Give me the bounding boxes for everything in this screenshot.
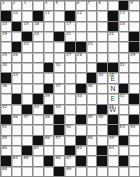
cell-6-11[interactable]: 32 [119, 63, 129, 72]
black-cell-11-12 [129, 115, 139, 124]
clue-number: 22 [109, 32, 114, 36]
cell-10-11[interactable] [119, 105, 129, 114]
cell-12-12[interactable]: 54 [129, 125, 139, 134]
cell-1-8[interactable] [87, 11, 97, 20]
black-cell-6-9 [97, 63, 107, 72]
cell-8-2[interactable] [22, 84, 32, 93]
cell-6-5[interactable]: 31 [54, 63, 64, 72]
clue-number: 7 [88, 1, 91, 5]
cell-5-4[interactable] [44, 53, 54, 62]
black-cell-15-0 [1, 156, 11, 165]
black-cell-10-9 [97, 105, 107, 114]
cell-2-7[interactable] [76, 22, 86, 31]
cell-1-1[interactable]: 10 [12, 11, 22, 20]
cell-13-8[interactable]: 58 [87, 136, 97, 145]
clue-number: 13 [120, 11, 125, 15]
cell-6-1[interactable] [12, 63, 22, 72]
cell-16-1[interactable] [12, 167, 22, 176]
cell-5-6[interactable]: 27 [65, 53, 75, 62]
clue-number: 59 [109, 136, 114, 140]
cell-5-7[interactable]: 28 [76, 53, 86, 62]
clue-number: 10 [13, 11, 18, 15]
clue-number: 20 [34, 32, 39, 36]
clue-number: 23 [23, 42, 28, 46]
cell-3-7[interactable] [76, 32, 86, 41]
clue-number: 12 [77, 11, 82, 15]
cell-16-6[interactable]: 69 [65, 167, 75, 176]
clue-number: 33 [13, 73, 18, 77]
black-cell-12-10 [108, 125, 118, 134]
clue-number: 39 [45, 94, 50, 98]
cell-9-5[interactable] [54, 94, 64, 103]
cell-13-10[interactable]: 59 [108, 136, 118, 145]
cell-2-9[interactable] [97, 22, 107, 31]
cell-3-0[interactable]: 19 [1, 32, 11, 41]
cell-11-9[interactable]: 50 [97, 115, 107, 124]
cell-9-2[interactable] [22, 94, 32, 103]
cell-15-8[interactable] [87, 156, 97, 165]
clue-number: 43 [34, 105, 39, 109]
clue-number: 49 [88, 115, 93, 119]
cell-13-6[interactable] [65, 136, 75, 145]
black-cell-9-12 [129, 94, 139, 103]
black-cell-14-2 [22, 146, 32, 155]
clue-number: 58 [88, 136, 93, 140]
black-cell-3-5 [54, 32, 64, 41]
clue-number: 62 [77, 146, 82, 150]
cell-10-1[interactable] [12, 105, 22, 114]
clue-number: 29 [130, 53, 135, 57]
cell-2-8[interactable] [87, 22, 97, 31]
clue-number: 32 [120, 63, 125, 67]
cell-3-3[interactable]: 20 [33, 32, 43, 41]
clue-number: 24 [88, 42, 93, 46]
black-cell-15-9 [97, 156, 107, 165]
cell-0-2[interactable]: 3 [22, 1, 32, 10]
cell-14-0[interactable]: 60 [1, 146, 11, 155]
cell-5-0[interactable]: 25 [1, 53, 11, 62]
clue-number: 28 [77, 53, 82, 57]
cell-14-8[interactable] [87, 146, 97, 155]
black-cell-3-2 [22, 32, 32, 41]
cell-12-3[interactable] [33, 125, 43, 134]
cell-16-4[interactable] [44, 167, 54, 176]
cell-9-11[interactable]: 41 [119, 94, 129, 103]
cell-7-7[interactable] [76, 73, 86, 82]
cell-9-7[interactable]: 40 [76, 94, 86, 103]
cell-1-12[interactable] [129, 11, 139, 20]
cell-5-9[interactable] [97, 53, 107, 62]
cell-3-9[interactable] [97, 32, 107, 41]
cell-13-12[interactable] [129, 136, 139, 145]
clue-number: 30 [2, 63, 7, 67]
cell-3-6[interactable]: 21 [65, 32, 75, 41]
clue-number: 48 [45, 115, 50, 119]
cell-2-2[interactable]: 15 [22, 22, 32, 31]
cell-16-7[interactable] [76, 167, 86, 176]
clue-number: 68 [2, 167, 7, 171]
cell-0-3[interactable] [33, 1, 43, 10]
cell-16-10[interactable] [108, 167, 118, 176]
clue-number: 60 [2, 146, 7, 150]
cell-14-7[interactable]: 62 [76, 146, 86, 155]
clue-number: 57 [55, 136, 60, 140]
black-cell-10-2 [22, 105, 32, 114]
black-cell-8-11 [119, 84, 129, 93]
cell-15-6[interactable]: 67 [65, 156, 75, 165]
cell-12-7[interactable] [76, 125, 86, 134]
cell-3-1[interactable] [12, 32, 22, 41]
cell-8-5[interactable]: 37 [54, 84, 64, 93]
cell-6-8[interactable] [87, 63, 97, 72]
black-cell-1-0 [1, 11, 11, 20]
clue-number: 17 [66, 22, 71, 26]
cell-13-4[interactable]: 56 [44, 136, 54, 145]
clue-number: 8 [98, 1, 101, 5]
clue-number: 15 [23, 22, 28, 26]
cell-7-4[interactable] [44, 73, 54, 82]
black-cell-4-6 [65, 42, 75, 51]
cell-7-9[interactable]: 34 [97, 73, 107, 82]
black-cell-13-3 [33, 136, 43, 145]
clue-number: 25 [2, 53, 7, 57]
cell-6-2[interactable] [22, 63, 32, 72]
black-cell-15-4 [44, 156, 54, 165]
clue-number: 6 [77, 1, 80, 5]
clue-number: 5 [55, 1, 58, 5]
cell-14-5[interactable] [54, 146, 64, 155]
clue-number: 18 [120, 22, 125, 26]
cell-13-0[interactable]: 55 [1, 136, 11, 145]
cell-10-6[interactable] [65, 105, 75, 114]
cell-12-1[interactable] [12, 125, 22, 134]
clue-number: 50 [98, 115, 103, 119]
clue-number: 2 [13, 1, 16, 5]
clue-number: 56 [45, 136, 50, 140]
black-cell-2-10 [108, 22, 118, 31]
cell-12-4[interactable] [44, 125, 54, 134]
clue-number: 26 [13, 53, 18, 57]
cell-3-10[interactable]: 22 [108, 32, 118, 41]
cell-7-2[interactable] [22, 73, 32, 82]
cell-6-0[interactable]: 30 [1, 63, 11, 72]
black-cell-8-7 [76, 84, 86, 93]
black-cell-16-5 [54, 167, 64, 176]
crossword-grid: 1234567891011121314151617181920212223242… [0, 0, 140, 177]
clue-number: 40 [77, 94, 82, 98]
clue-number: 31 [55, 63, 60, 67]
cell-0-9[interactable]: 8 [97, 1, 107, 10]
clue-number: 37 [55, 84, 60, 88]
clue-number: 44 [55, 105, 60, 109]
cell-7-1[interactable]: 33 [12, 73, 22, 82]
cell-4-8[interactable]: 24 [87, 42, 97, 51]
black-cell-9-3 [33, 94, 43, 103]
cell-2-6[interactable]: 17 [65, 22, 75, 31]
cell-2-4[interactable] [44, 22, 54, 31]
clue-number: 53 [120, 125, 125, 129]
black-cell-3-12 [129, 32, 139, 41]
cell-7-11[interactable] [119, 73, 129, 82]
cell-6-12[interactable] [129, 63, 139, 72]
cell-14-11[interactable] [119, 146, 129, 155]
cell-11-11[interactable] [119, 115, 129, 124]
cell-2-11[interactable]: 18 [119, 22, 129, 31]
cell-10-10[interactable]: 45W [108, 105, 118, 114]
clue-number: 11 [45, 11, 50, 15]
cell-12-2[interactable] [22, 125, 32, 134]
cell-0-0[interactable]: 1 [1, 1, 11, 10]
clue-number: 55 [2, 136, 7, 140]
clue-number: 67 [66, 156, 71, 160]
cell-16-2[interactable] [22, 167, 32, 176]
cell-10-8[interactable] [87, 105, 97, 114]
clue-number: 21 [66, 32, 71, 36]
cell-1-9[interactable] [97, 11, 107, 20]
cell-9-8[interactable] [87, 94, 97, 103]
cell-1-2[interactable] [22, 11, 32, 20]
clue-number: 36 [2, 84, 7, 88]
cell-16-12[interactable] [129, 167, 139, 176]
cell-14-4[interactable] [44, 146, 54, 155]
black-cell-14-6 [65, 146, 75, 155]
cell-5-11[interactable] [119, 53, 129, 62]
cell-5-5[interactable] [54, 53, 64, 62]
cell-15-1[interactable]: 64 [12, 156, 22, 165]
cell-11-1[interactable]: 46 [12, 115, 22, 124]
cell-1-4[interactable]: 11 [44, 11, 54, 20]
cell-0-10[interactable] [108, 1, 118, 10]
cell-5-10[interactable] [108, 53, 118, 62]
cell-16-8[interactable] [87, 167, 97, 176]
cell-4-10[interactable] [108, 42, 118, 51]
cell-7-12[interactable] [129, 73, 139, 82]
cell-1-11[interactable]: 13 [119, 11, 129, 20]
cell-10-3[interactable]: 43 [33, 105, 43, 114]
cell-1-7[interactable]: 12 [76, 11, 86, 20]
cell-10-5[interactable]: 44 [54, 105, 64, 114]
black-cell-1-3 [33, 11, 43, 20]
cell-15-5[interactable]: 66 [54, 156, 64, 165]
cell-8-1[interactable] [12, 84, 22, 93]
cell-11-3[interactable] [33, 115, 43, 124]
cell-5-2[interactable] [22, 53, 32, 62]
clue-number: 38 [88, 84, 93, 88]
cell-16-11[interactable] [119, 167, 129, 176]
cell-5-1[interactable]: 26 [12, 53, 22, 62]
filled-letter: E [108, 96, 118, 103]
black-cell-4-1 [12, 42, 22, 51]
black-cell-14-9 [97, 146, 107, 155]
clue-number: 4 [45, 1, 48, 5]
cell-9-9[interactable] [97, 94, 107, 103]
cell-16-9[interactable] [97, 167, 107, 176]
clue-number: 61 [34, 146, 39, 150]
cell-2-3[interactable]: 16 [33, 22, 43, 31]
cell-7-10[interactable]: 35E [108, 73, 118, 82]
cell-12-6[interactable]: 52 [65, 125, 75, 134]
filled-letter: E [108, 75, 118, 82]
black-cell-8-4 [44, 84, 54, 93]
cell-5-3[interactable] [33, 53, 43, 62]
black-cell-11-0 [1, 115, 11, 124]
clue-number: 27 [66, 53, 71, 57]
cell-0-12[interactable]: 9 [129, 1, 139, 10]
cell-11-2[interactable]: 47 [22, 115, 32, 124]
cell-9-0[interactable] [1, 94, 11, 103]
cell-7-3[interactable] [33, 73, 43, 82]
clue-number: 9 [130, 1, 133, 5]
cell-4-5[interactable] [54, 42, 64, 51]
cell-0-5[interactable]: 5 [54, 1, 64, 10]
black-cell-12-5 [54, 125, 64, 134]
clue-number: 3 [23, 1, 26, 5]
black-cell-7-8 [87, 73, 97, 82]
cell-11-4[interactable]: 48 [44, 115, 54, 124]
cell-12-0[interactable]: 51 [1, 125, 11, 134]
cell-2-5[interactable] [54, 22, 64, 31]
cell-12-9[interactable] [97, 125, 107, 134]
cell-4-3[interactable] [33, 42, 43, 51]
cell-16-3[interactable] [33, 167, 43, 176]
cell-13-9[interactable] [97, 136, 107, 145]
black-cell-11-7 [76, 115, 86, 124]
cell-0-8[interactable]: 7 [87, 1, 97, 10]
filled-letter: N [108, 86, 118, 93]
cell-0-4[interactable]: 4 [44, 1, 54, 10]
cell-2-12[interactable] [129, 22, 139, 31]
cell-0-1[interactable]: 2 [12, 1, 22, 10]
clue-number: 19 [2, 32, 7, 36]
black-cell-15-7 [76, 156, 86, 165]
cell-8-0[interactable]: 36 [1, 84, 11, 93]
cell-6-6[interactable] [65, 63, 75, 72]
clue-number: 69 [66, 167, 71, 171]
clue-number: 42 [2, 105, 7, 109]
black-cell-13-11 [119, 136, 129, 145]
cell-13-2[interactable] [22, 136, 32, 145]
cell-12-11[interactable]: 53 [119, 125, 129, 134]
black-cell-13-7 [76, 136, 86, 145]
cell-8-10[interactable]: N [108, 84, 118, 93]
clue-number: 65 [23, 156, 28, 160]
cell-10-0[interactable]: 42 [1, 105, 11, 114]
clue-number: 14 [2, 22, 7, 26]
cell-11-6[interactable] [65, 115, 75, 124]
cell-9-6[interactable] [65, 94, 75, 103]
cell-13-5[interactable]: 57 [54, 136, 64, 145]
cell-3-8[interactable] [87, 32, 97, 41]
cell-4-9[interactable] [97, 42, 107, 51]
cell-4-11[interactable] [119, 42, 129, 51]
cell-10-7[interactable] [76, 105, 86, 114]
clue-number: 34 [98, 73, 103, 77]
cell-6-3[interactable] [33, 63, 43, 72]
cell-4-2[interactable]: 23 [22, 42, 32, 51]
cell-12-8[interactable] [87, 125, 97, 134]
black-cell-11-5 [54, 115, 64, 124]
black-cell-4-12 [129, 42, 139, 51]
cell-14-1[interactable] [12, 146, 22, 155]
clue-number: 46 [13, 115, 18, 119]
clue-number: 54 [130, 125, 135, 129]
black-cell-0-11 [119, 1, 129, 10]
cell-9-4[interactable]: 39 [44, 94, 54, 103]
clue-number: 41 [120, 94, 125, 98]
cell-7-6[interactable] [65, 73, 75, 82]
clue-number: 52 [66, 125, 71, 129]
black-cell-15-11 [119, 156, 129, 165]
black-cell-1-6 [65, 11, 75, 20]
cell-8-3[interactable] [33, 84, 43, 93]
black-cell-6-10 [108, 63, 118, 72]
black-cell-4-7 [76, 42, 86, 51]
black-cell-11-10 [108, 115, 118, 124]
clue-number: 1 [2, 1, 5, 5]
cell-3-11[interactable] [119, 32, 129, 41]
cell-11-8[interactable]: 49 [87, 115, 97, 124]
clue-number: 66 [55, 156, 60, 160]
cell-8-6[interactable] [65, 84, 75, 93]
cell-4-0[interactable] [1, 42, 11, 51]
cell-8-12[interactable] [129, 84, 139, 93]
cell-1-5[interactable] [54, 11, 64, 20]
clue-number: 64 [13, 156, 18, 160]
black-cell-1-10 [108, 11, 118, 20]
cell-8-8[interactable]: 38 [87, 84, 97, 93]
cell-14-10[interactable]: 63 [108, 146, 118, 155]
cell-10-12[interactable] [129, 105, 139, 114]
cell-13-1[interactable] [12, 136, 22, 145]
cell-15-10[interactable] [108, 156, 118, 165]
cell-7-5[interactable] [54, 73, 64, 82]
cell-4-4[interactable] [44, 42, 54, 51]
cell-15-12[interactable] [129, 156, 139, 165]
cell-16-0[interactable]: 68 [1, 167, 11, 176]
cell-0-7[interactable]: 6 [76, 1, 86, 10]
clue-number: 63 [109, 146, 114, 150]
black-cell-6-4 [44, 63, 54, 72]
black-cell-10-4 [44, 105, 54, 114]
cell-2-0[interactable]: 14 [1, 22, 11, 31]
black-cell-7-0 [1, 73, 11, 82]
cell-5-8[interactable] [87, 53, 97, 62]
cell-14-3[interactable]: 61 [33, 146, 43, 155]
cell-5-12[interactable]: 29 [129, 53, 139, 62]
clue-number: 47 [23, 115, 28, 119]
cell-0-6[interactable] [65, 1, 75, 10]
cell-8-9[interactable] [97, 84, 107, 93]
black-cell-2-1 [12, 22, 22, 31]
cell-9-10[interactable]: E [108, 94, 118, 103]
cell-6-7[interactable] [76, 63, 86, 72]
clue-number: 16 [34, 22, 39, 26]
black-cell-9-1 [12, 94, 22, 103]
cell-15-3[interactable] [33, 156, 43, 165]
cell-15-2[interactable]: 65 [22, 156, 32, 165]
cell-14-12[interactable] [129, 146, 139, 155]
filled-letter: W [108, 107, 118, 114]
cell-3-4[interactable] [44, 32, 54, 41]
clue-number: 51 [2, 125, 7, 129]
